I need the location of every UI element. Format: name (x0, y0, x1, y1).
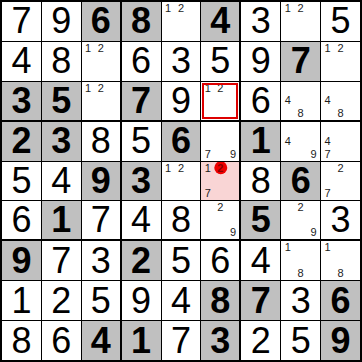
cell-r6c9[interactable]: 3 (321, 201, 360, 240)
cell-r4c4[interactable]: 5 (122, 122, 161, 161)
candidate-9: 9 (227, 227, 240, 240)
solved-digit: 1 (11, 283, 31, 319)
solved-digit: 2 (251, 323, 271, 359)
cell-r4c5[interactable]: 6 (162, 122, 201, 161)
solved-digit: 4 (171, 283, 191, 319)
cell-r2c5[interactable]: 3 (162, 42, 201, 81)
solved-digit: 7 (51, 243, 71, 279)
candidate-7: 7 (321, 187, 334, 200)
given-digit: 2 (11, 123, 31, 159)
candidate-2: 2 (294, 2, 307, 15)
cell-r7c7[interactable]: 4 (241, 241, 280, 280)
given-digit: 4 (91, 323, 111, 359)
cell-r5c6[interactable]: 127 (201, 162, 240, 201)
cell-r3c4[interactable]: 7 (122, 82, 161, 121)
cell-r7c2[interactable]: 7 (42, 241, 81, 280)
candidate-2: 2 (94, 82, 107, 95)
cell-r8c5[interactable]: 4 (162, 281, 201, 320)
given-digit: 6 (171, 123, 191, 159)
cell-r6c6[interactable]: 29 (201, 201, 240, 240)
solved-digit: 5 (331, 3, 351, 39)
solved-digit: 5 (131, 123, 151, 159)
candidate-2: 2 (214, 201, 227, 214)
given-digit: 1 (251, 123, 271, 159)
candidate-2: 2 (94, 42, 107, 55)
candidate-1: 1 (281, 2, 294, 15)
given-digit: 1 (131, 323, 151, 359)
cell-r5c3[interactable]: 9 (82, 162, 121, 201)
solved-digit: 3 (91, 243, 111, 279)
cell-r2c2[interactable]: 8 (42, 42, 81, 81)
candidate-4: 4 (281, 94, 294, 107)
candidate-4: 4 (321, 94, 334, 107)
sudoku-board: 7968124312548126359712351279126484823856… (0, 0, 362, 362)
solved-digit: 2 (51, 283, 71, 319)
candidate-8: 8 (294, 107, 307, 120)
solved-digit: 4 (131, 202, 151, 238)
cell-r7c5[interactable]: 5 (162, 241, 201, 280)
cell-r6c7[interactable]: 5 (241, 201, 280, 240)
cell-r4c7[interactable]: 1 (241, 122, 280, 161)
cell-r5c9[interactable]: 27 (321, 162, 360, 201)
cell-r2c6[interactable]: 5 (201, 42, 240, 81)
given-digit: 8 (210, 283, 230, 319)
given-digit: 3 (131, 163, 151, 199)
cell-r7c3[interactable]: 3 (82, 241, 121, 280)
cell-r1c2[interactable]: 9 (42, 2, 81, 41)
candidate-9: 9 (227, 148, 240, 161)
candidate-4: 4 (321, 135, 334, 148)
hint-candidate-digit: 2 (217, 163, 223, 174)
solved-digit: 5 (91, 283, 111, 319)
candidate-2: 2 (334, 162, 347, 175)
given-digit: 7 (291, 43, 311, 79)
candidate-2: 2 (294, 201, 307, 214)
cell-r8c8[interactable]: 3 (281, 281, 320, 320)
cell-r4c8[interactable]: 49 (281, 122, 320, 161)
cell-r9c8[interactable]: 5 (281, 321, 320, 360)
solved-digit: 3 (331, 202, 351, 238)
solved-digit: 7 (11, 3, 31, 39)
given-digit: 7 (251, 283, 271, 319)
cell-r4c9[interactable]: 47 (321, 122, 360, 161)
cell-r3c2[interactable]: 5 (42, 82, 81, 121)
candidate-1: 1 (321, 241, 334, 254)
solved-digit: 5 (291, 323, 311, 359)
given-digit: 7 (131, 83, 151, 119)
cell-r7c1[interactable]: 9 (2, 241, 41, 280)
cell-r5c2[interactable]: 4 (42, 162, 81, 201)
cell-r2c1[interactable]: 4 (2, 42, 41, 81)
candidate-7: 7 (201, 148, 214, 161)
cell-r1c6[interactable]: 4 (201, 2, 240, 41)
candidate-9: 9 (307, 148, 320, 161)
given-digit: 6 (291, 163, 311, 199)
cell-r1c1[interactable]: 7 (2, 2, 41, 41)
solved-digit: 5 (210, 43, 230, 79)
solved-digit: 8 (91, 123, 111, 159)
solved-digit: 4 (251, 243, 271, 279)
candidate-1: 1 (321, 42, 334, 55)
candidate-7: 7 (201, 187, 214, 200)
cell-r1c5[interactable]: 12 (162, 2, 201, 41)
given-digit: 4 (210, 3, 230, 39)
solved-digit: 9 (251, 43, 271, 79)
cell-r3c9[interactable]: 48 (321, 82, 360, 121)
candidate-7: 7 (321, 148, 334, 161)
candidate-2: 2 (334, 42, 347, 55)
solved-digit: 9 (51, 3, 71, 39)
given-digit: 3 (51, 123, 71, 159)
cell-r7c8[interactable]: 18 (281, 241, 320, 280)
given-digit: 9 (331, 323, 351, 359)
given-digit: 9 (11, 243, 31, 279)
cell-r6c4[interactable]: 4 (122, 201, 161, 240)
solved-digit: 5 (171, 243, 191, 279)
cell-r3c6[interactable]: 12 (201, 82, 240, 121)
cell-r5c8[interactable]: 6 (281, 162, 320, 201)
solved-digit: 5 (11, 163, 31, 199)
given-digit: 1 (51, 202, 71, 238)
cell-r6c5[interactable]: 8 (162, 201, 201, 240)
solved-digit: 8 (251, 163, 271, 199)
cell-r9c5[interactable]: 7 (162, 321, 201, 360)
candidate-2: 2 (174, 162, 187, 175)
cell-r6c3[interactable]: 7 (82, 201, 121, 240)
cell-r1c7[interactable]: 3 (241, 2, 280, 41)
cell-r8c2[interactable]: 2 (42, 281, 81, 320)
cell-r9c2[interactable]: 6 (42, 321, 81, 360)
cell-r9c6[interactable]: 3 (201, 321, 240, 360)
solved-digit: 6 (210, 243, 230, 279)
given-digit: 3 (11, 83, 31, 119)
solved-digit: 3 (171, 43, 191, 79)
solved-digit: 8 (11, 323, 31, 359)
cell-r6c8[interactable]: 29 (281, 201, 320, 240)
cell-r5c5[interactable]: 12 (162, 162, 201, 201)
given-digit: 6 (331, 283, 351, 319)
cell-r3c8[interactable]: 48 (281, 82, 320, 121)
solved-digit: 9 (131, 283, 151, 319)
candidate-1: 1 (82, 82, 95, 95)
cell-r3c1[interactable]: 3 (2, 82, 41, 121)
cell-r5c4[interactable]: 3 (122, 162, 161, 201)
solved-digit: 6 (11, 202, 31, 238)
cell-r8c7[interactable]: 7 (241, 281, 280, 320)
candidate-1: 1 (201, 82, 214, 95)
candidate-2: 2 (214, 162, 227, 175)
candidate-2: 2 (174, 2, 187, 15)
candidate-8: 8 (334, 107, 347, 120)
cell-r8c6[interactable]: 8 (201, 281, 240, 320)
cell-r2c3[interactable]: 12 (82, 42, 121, 81)
cell-r1c8[interactable]: 12 (281, 2, 320, 41)
given-digit: 5 (251, 202, 271, 238)
cell-r8c9[interactable]: 6 (321, 281, 360, 320)
candidate-1: 1 (281, 241, 294, 254)
cell-r9c1[interactable]: 8 (2, 321, 41, 360)
solved-digit: 6 (51, 323, 71, 359)
cell-r2c9[interactable]: 12 (321, 42, 360, 81)
candidate-8: 8 (294, 267, 307, 280)
cell-r3c5[interactable]: 9 (162, 82, 201, 121)
cell-r2c8[interactable]: 7 (281, 42, 320, 81)
cell-r8c4[interactable]: 9 (122, 281, 161, 320)
given-digit: 9 (91, 163, 111, 199)
solved-digit: 8 (171, 202, 191, 238)
cell-r7c9[interactable]: 18 (321, 241, 360, 280)
cell-r9c4[interactable]: 1 (122, 321, 161, 360)
candidate-1: 1 (201, 162, 214, 175)
cell-r1c4[interactable]: 8 (122, 2, 161, 41)
cell-r2c4[interactable]: 6 (122, 42, 161, 81)
solved-digit: 8 (51, 43, 71, 79)
cell-r7c4[interactable]: 2 (122, 241, 161, 280)
cell-r5c7[interactable]: 8 (241, 162, 280, 201)
cell-r2c7[interactable]: 9 (241, 42, 280, 81)
cell-r6c1[interactable]: 6 (2, 201, 41, 240)
cell-r4c1[interactable]: 2 (2, 122, 41, 161)
solved-digit: 9 (171, 83, 191, 119)
solved-digit: 3 (251, 3, 271, 39)
given-digit: 8 (131, 3, 151, 39)
cell-r6c2[interactable]: 1 (42, 201, 81, 240)
solved-digit: 7 (91, 202, 111, 238)
cell-r1c9[interactable]: 5 (321, 2, 360, 41)
cell-r1c3[interactable]: 6 (82, 2, 121, 41)
solved-digit: 3 (291, 283, 311, 319)
given-digit: 6 (91, 3, 111, 39)
cell-r9c9[interactable]: 9 (321, 321, 360, 360)
candidate-2: 2 (214, 82, 227, 95)
given-digit: 2 (131, 243, 151, 279)
candidate-1: 1 (82, 42, 95, 55)
given-digit: 5 (51, 83, 71, 119)
cell-r3c3[interactable]: 12 (82, 82, 121, 121)
candidate-9: 9 (307, 227, 320, 240)
candidate-4: 4 (281, 135, 294, 148)
cell-r5c1[interactable]: 5 (2, 162, 41, 201)
solved-digit: 6 (131, 43, 151, 79)
cell-r9c3[interactable]: 4 (82, 321, 121, 360)
solved-digit: 4 (51, 163, 71, 199)
cell-r8c1[interactable]: 1 (2, 281, 41, 320)
candidate-8: 8 (334, 267, 347, 280)
cell-r4c3[interactable]: 8 (82, 122, 121, 161)
candidate-1: 1 (162, 2, 175, 15)
solved-digit: 6 (251, 83, 271, 119)
cell-r8c3[interactable]: 5 (82, 281, 121, 320)
solved-digit: 4 (11, 43, 31, 79)
candidate-1: 1 (162, 162, 175, 175)
given-digit: 3 (210, 323, 230, 359)
cell-r4c6[interactable]: 79 (201, 122, 240, 161)
cell-r4c2[interactable]: 3 (42, 122, 81, 161)
cell-r7c6[interactable]: 6 (201, 241, 240, 280)
solved-digit: 7 (171, 323, 191, 359)
cell-r3c7[interactable]: 6 (241, 82, 280, 121)
cell-r9c7[interactable]: 2 (241, 321, 280, 360)
